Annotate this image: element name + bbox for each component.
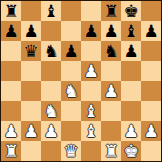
piece-black-bishop: ♝ (121, 21, 141, 41)
square-h3[interactable] (141, 101, 161, 121)
square-f1[interactable]: ♜ (101, 141, 121, 161)
piece-white-rook: ♜ (1, 141, 21, 161)
piece-black-rook: ♜ (101, 1, 121, 21)
square-f3[interactable] (101, 101, 121, 121)
piece-black-knight: ♞ (101, 41, 121, 61)
square-c4[interactable] (41, 81, 61, 101)
piece-white-bishop: ♝ (81, 101, 101, 121)
square-b5[interactable] (21, 61, 41, 81)
piece-white-pawn: ♟ (21, 121, 41, 141)
square-h8[interactable] (141, 1, 161, 21)
piece-white-pawn: ♟ (101, 81, 121, 101)
square-f7[interactable]: ♟ (101, 21, 121, 41)
square-e1[interactable] (81, 141, 101, 161)
square-f5[interactable] (101, 61, 121, 81)
square-a6[interactable] (1, 41, 21, 61)
square-e3[interactable]: ♝ (81, 101, 101, 121)
square-g5[interactable] (121, 61, 141, 81)
piece-black-king: ♚ (121, 1, 141, 21)
square-e4[interactable] (81, 81, 101, 101)
piece-black-pawn: ♟ (61, 41, 81, 61)
piece-white-pawn: ♟ (141, 121, 161, 141)
chess-board-frame: ♜♝♜♚♟♟♟♟♝♟♛♞♟♞♟♟♞♟♞♝♟♟♟♝♟♟♜♛♜♚ (0, 0, 162, 162)
square-h7[interactable]: ♟ (141, 21, 161, 41)
piece-black-queen: ♛ (21, 41, 41, 61)
square-d4[interactable]: ♞ (61, 81, 81, 101)
piece-white-knight: ♞ (61, 81, 81, 101)
piece-white-bishop: ♝ (81, 121, 101, 141)
piece-black-pawn: ♟ (121, 41, 141, 61)
square-b7[interactable]: ♟ (21, 21, 41, 41)
piece-black-pawn: ♟ (101, 21, 121, 41)
square-f2[interactable] (101, 121, 121, 141)
square-a4[interactable] (1, 81, 21, 101)
square-a2[interactable]: ♟ (1, 121, 21, 141)
piece-black-bishop: ♝ (41, 1, 61, 21)
square-d8[interactable] (61, 1, 81, 21)
square-c8[interactable]: ♝ (41, 1, 61, 21)
square-g1[interactable]: ♚ (121, 141, 141, 161)
piece-white-knight: ♞ (41, 101, 61, 121)
square-d5[interactable] (61, 61, 81, 81)
square-h5[interactable] (141, 61, 161, 81)
piece-white-pawn: ♟ (81, 61, 101, 81)
piece-black-pawn: ♟ (141, 21, 161, 41)
square-g2[interactable]: ♟ (121, 121, 141, 141)
square-h6[interactable] (141, 41, 161, 61)
piece-white-queen: ♛ (61, 141, 81, 161)
square-c2[interactable]: ♟ (41, 121, 61, 141)
piece-black-pawn: ♟ (1, 21, 21, 41)
square-c6[interactable]: ♞ (41, 41, 61, 61)
square-d2[interactable] (61, 121, 81, 141)
piece-white-pawn: ♟ (121, 121, 141, 141)
piece-white-pawn: ♟ (41, 121, 61, 141)
square-a3[interactable] (1, 101, 21, 121)
square-e6[interactable] (81, 41, 101, 61)
square-b3[interactable] (21, 101, 41, 121)
square-d6[interactable]: ♟ (61, 41, 81, 61)
square-b8[interactable] (21, 1, 41, 21)
square-h1[interactable] (141, 141, 161, 161)
square-f6[interactable]: ♞ (101, 41, 121, 61)
square-a5[interactable] (1, 61, 21, 81)
square-c1[interactable] (41, 141, 61, 161)
square-d1[interactable]: ♛ (61, 141, 81, 161)
square-f4[interactable]: ♟ (101, 81, 121, 101)
piece-black-rook: ♜ (1, 1, 21, 21)
square-g6[interactable]: ♟ (121, 41, 141, 61)
square-g7[interactable]: ♝ (121, 21, 141, 41)
square-c5[interactable] (41, 61, 61, 81)
square-e2[interactable]: ♝ (81, 121, 101, 141)
piece-black-pawn: ♟ (81, 21, 101, 41)
square-f8[interactable]: ♜ (101, 1, 121, 21)
square-b4[interactable] (21, 81, 41, 101)
piece-black-pawn: ♟ (21, 21, 41, 41)
square-b6[interactable]: ♛ (21, 41, 41, 61)
chess-board: ♜♝♜♚♟♟♟♟♝♟♛♞♟♞♟♟♞♟♞♝♟♟♟♝♟♟♜♛♜♚ (1, 1, 161, 161)
piece-white-king: ♚ (121, 141, 141, 161)
square-b2[interactable]: ♟ (21, 121, 41, 141)
square-a1[interactable]: ♜ (1, 141, 21, 161)
square-a8[interactable]: ♜ (1, 1, 21, 21)
square-a7[interactable]: ♟ (1, 21, 21, 41)
square-c7[interactable] (41, 21, 61, 41)
square-b1[interactable] (21, 141, 41, 161)
square-h2[interactable]: ♟ (141, 121, 161, 141)
square-g8[interactable]: ♚ (121, 1, 141, 21)
square-d3[interactable] (61, 101, 81, 121)
square-d7[interactable] (61, 21, 81, 41)
square-g4[interactable] (121, 81, 141, 101)
square-e7[interactable]: ♟ (81, 21, 101, 41)
piece-white-pawn: ♟ (1, 121, 21, 141)
square-g3[interactable] (121, 101, 141, 121)
piece-white-rook: ♜ (101, 141, 121, 161)
piece-black-knight: ♞ (41, 41, 61, 61)
square-c3[interactable]: ♞ (41, 101, 61, 121)
square-h4[interactable] (141, 81, 161, 101)
square-e8[interactable] (81, 1, 101, 21)
square-e5[interactable]: ♟ (81, 61, 101, 81)
